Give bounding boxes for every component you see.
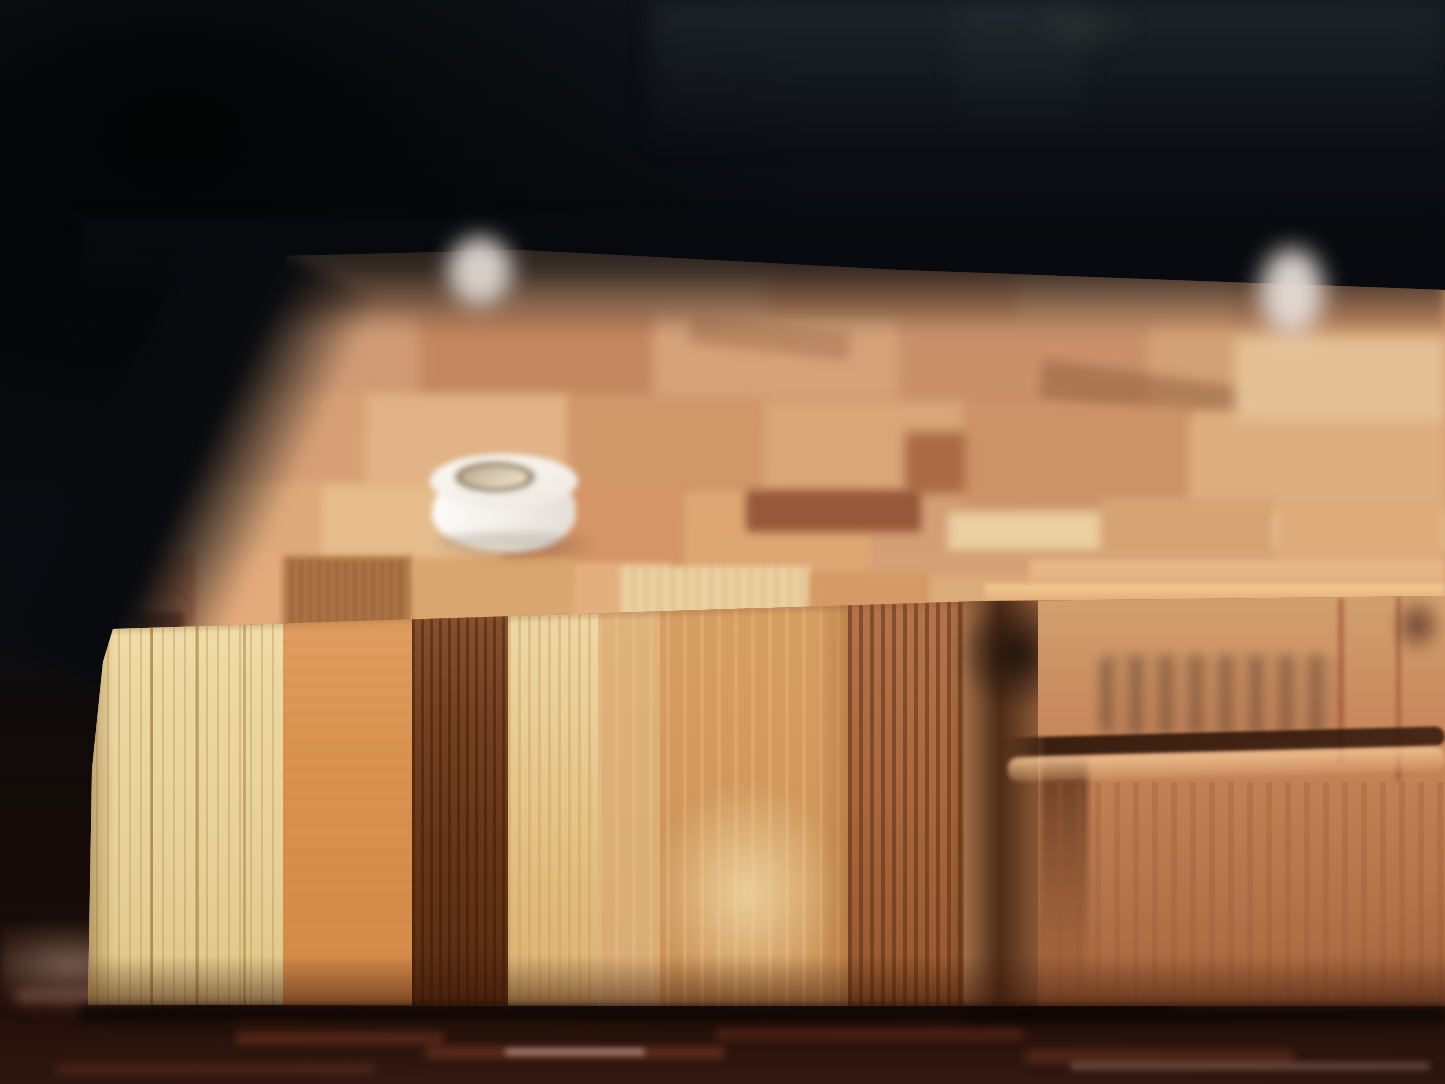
photo-stage <box>0 0 1445 1084</box>
vignette <box>0 0 1445 1084</box>
